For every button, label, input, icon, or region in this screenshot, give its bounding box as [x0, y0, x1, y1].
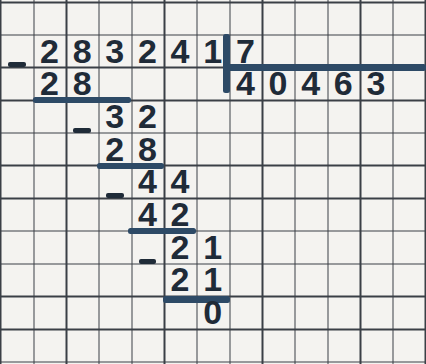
minus-sign-4	[139, 259, 157, 264]
digit-quotient-r2c11: 3	[360, 67, 393, 100]
digit-work-r6c5: 2	[164, 198, 197, 231]
minus-sign-3	[106, 193, 124, 198]
digit-dividend-r1c5: 4	[164, 34, 197, 67]
digit-dividend-r1c4: 2	[131, 34, 164, 67]
digit-remainder-r9c6: 0	[196, 296, 229, 329]
digit-quotient-r2c8: 0	[262, 67, 295, 100]
digit-work-r3c3: 3	[98, 100, 131, 133]
digit-work-r5c5: 4	[164, 165, 197, 198]
digit-work-r7c6: 1	[196, 230, 229, 263]
digit-work-r6c4: 4	[131, 198, 164, 231]
digit-work-r7c5: 2	[164, 230, 197, 263]
minus-sign-2	[73, 128, 91, 133]
digit-quotient-r2c9: 4	[294, 67, 327, 100]
digit-dividend-r1c1: 2	[33, 34, 66, 67]
digit-work-r2c2: 8	[66, 67, 99, 100]
digit-work-r8c5: 2	[164, 263, 197, 296]
digit-dividend-r1c2: 8	[66, 34, 99, 67]
digit-work-r2c1: 2	[33, 67, 66, 100]
digit-work-r8c6: 1	[196, 263, 229, 296]
digit-divisor-r1c7: 7	[229, 34, 262, 67]
digit-work-r5c4: 4	[131, 165, 164, 198]
digit-work-r3c4: 2	[131, 100, 164, 133]
digit-dividend-r1c3: 3	[98, 34, 131, 67]
digit-work-r4c3: 2	[98, 132, 131, 165]
digit-quotient-r2c7: 4	[229, 67, 262, 100]
grid-paper: 283241728404633228444221210	[0, 0, 426, 364]
digit-quotient-r2c10: 6	[327, 67, 360, 100]
digit-work-r4c4: 8	[131, 132, 164, 165]
digit-dividend-r1c6: 1	[196, 34, 229, 67]
minus-sign-1	[8, 62, 26, 67]
